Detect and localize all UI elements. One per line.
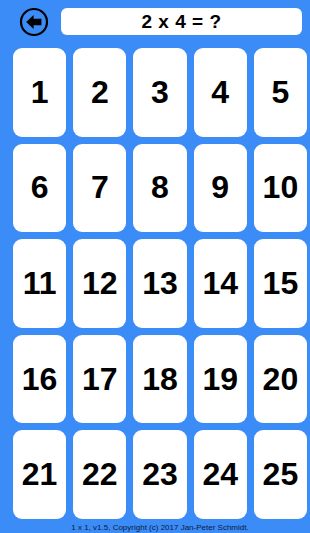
answer-cell-23[interactable]: 23 [133, 430, 186, 519]
answer-cell-3[interactable]: 3 [133, 48, 186, 137]
app-screen: 2 x 4 = ? 123456789101112131415161718192… [10, 0, 310, 533]
question-display: 2 x 4 = ? [61, 8, 302, 35]
answer-cell-11[interactable]: 11 [13, 239, 66, 328]
answer-cell-9[interactable]: 9 [194, 144, 247, 233]
back-button[interactable] [19, 7, 49, 37]
answer-cell-5[interactable]: 5 [254, 48, 307, 137]
answer-cell-4[interactable]: 4 [194, 48, 247, 137]
answer-cell-8[interactable]: 8 [133, 144, 186, 233]
answer-cell-22[interactable]: 22 [73, 430, 126, 519]
answer-cell-18[interactable]: 18 [133, 335, 186, 424]
answer-cell-17[interactable]: 17 [73, 335, 126, 424]
answer-cell-10[interactable]: 10 [254, 144, 307, 233]
top-bar: 2 x 4 = ? [10, 0, 310, 45]
arrow-left-circle-icon [19, 7, 49, 37]
answer-cell-25[interactable]: 25 [254, 430, 307, 519]
answer-cell-14[interactable]: 14 [194, 239, 247, 328]
answer-grid: 1234567891011121314151617181920212223242… [13, 48, 307, 519]
answer-cell-13[interactable]: 13 [133, 239, 186, 328]
answer-cell-24[interactable]: 24 [194, 430, 247, 519]
answer-cell-2[interactable]: 2 [73, 48, 126, 137]
answer-cell-19[interactable]: 19 [194, 335, 247, 424]
answer-cell-15[interactable]: 15 [254, 239, 307, 328]
answer-cell-7[interactable]: 7 [73, 144, 126, 233]
answer-cell-6[interactable]: 6 [13, 144, 66, 233]
answer-cell-20[interactable]: 20 [254, 335, 307, 424]
answer-cell-12[interactable]: 12 [73, 239, 126, 328]
answer-cell-21[interactable]: 21 [13, 430, 66, 519]
copyright-text: 1 x 1, v1.5, Copyright (c) 2017 Jan-Pete… [10, 523, 310, 532]
answer-cell-16[interactable]: 16 [13, 335, 66, 424]
answer-cell-1[interactable]: 1 [13, 48, 66, 137]
